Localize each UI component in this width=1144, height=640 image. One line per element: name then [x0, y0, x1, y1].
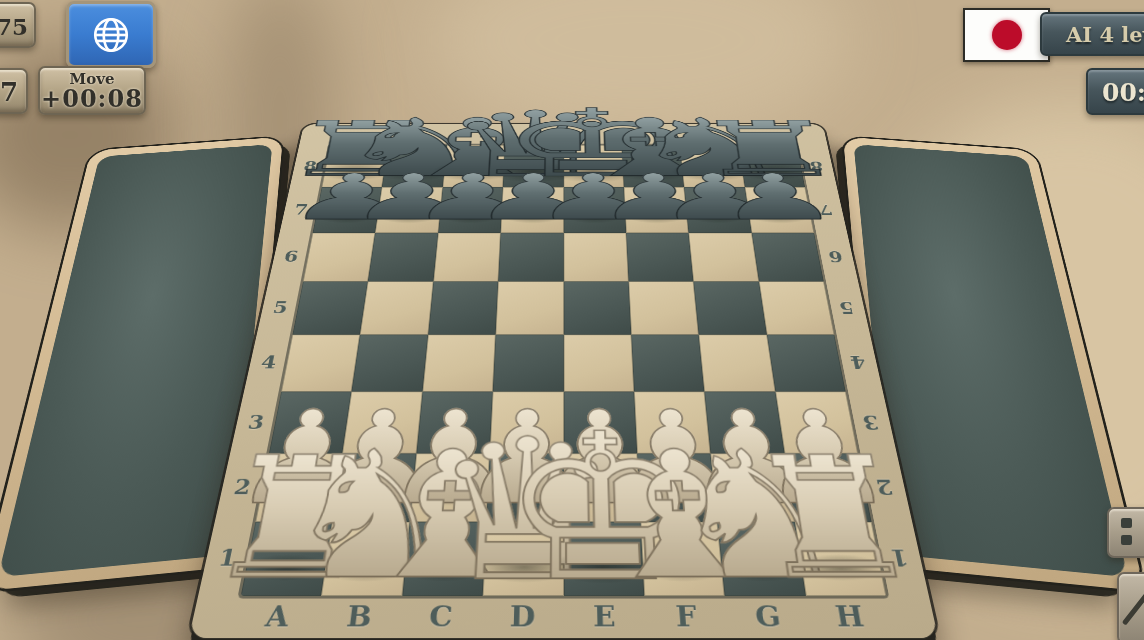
square-g4[interactable] — [699, 334, 775, 391]
rank-label-left-4: 4 — [255, 352, 283, 373]
player-name-plate: r175 — [0, 2, 36, 48]
square-d4[interactable] — [493, 334, 564, 391]
globe-icon — [90, 14, 132, 56]
table-plane: ABCDEFGH1122334455667788 ♜♞♝♛♚♝♞♜♟♟♟♟♟♟♟… — [0, 127, 1144, 640]
rank-label-right-5: 5 — [833, 298, 859, 317]
move-timer-plate: Move +00:08 — [38, 66, 146, 115]
piece-shadow — [637, 553, 729, 581]
square-b6[interactable] — [368, 233, 438, 282]
piece-shadow — [568, 486, 636, 506]
square-a5[interactable] — [293, 282, 369, 335]
rank-label-left-1: 1 — [211, 545, 243, 572]
globe-button[interactable] — [66, 1, 156, 68]
square-a4[interactable] — [281, 334, 360, 391]
side-button-undo[interactable] — [1117, 572, 1144, 640]
square-h6[interactable] — [751, 233, 823, 282]
japan-flag — [963, 8, 1050, 62]
square-a6[interactable] — [303, 233, 375, 282]
piece-shadow — [491, 486, 559, 506]
opponent-clock: 00: — [1086, 68, 1144, 115]
square-h5[interactable] — [759, 282, 835, 335]
square-e5[interactable] — [563, 282, 631, 335]
square-b5[interactable] — [360, 282, 433, 335]
opponent-ai-plate: AI 4 lev — [1040, 12, 1144, 56]
square-c5[interactable] — [428, 282, 498, 335]
square-f6[interactable] — [626, 233, 694, 282]
piece-shadow — [718, 486, 788, 506]
rank-label-left-6: 6 — [278, 248, 303, 266]
rank-label-right-4: 4 — [844, 352, 872, 373]
scene-3d: ABCDEFGH1122334455667788 ♜♞♝♛♚♝♞♜♟♟♟♟♟♟♟… — [0, 0, 1144, 640]
square-h4[interactable] — [767, 334, 846, 391]
menu-icon — [1121, 518, 1132, 528]
piece-shadow — [318, 553, 411, 581]
rank-label-right-1: 1 — [884, 545, 916, 572]
side-button-menu[interactable] — [1107, 507, 1144, 558]
square-g6[interactable] — [689, 233, 759, 282]
square-f4[interactable] — [631, 334, 704, 391]
japan-flag-sun — [992, 20, 1022, 50]
rank-label-right-6: 6 — [823, 248, 848, 266]
square-g5[interactable] — [694, 282, 767, 335]
square-c6[interactable] — [433, 233, 501, 282]
menu-icon — [1121, 535, 1132, 545]
rank-label-left-5: 5 — [267, 298, 293, 317]
square-b4[interactable] — [352, 334, 428, 391]
square-d6[interactable] — [498, 233, 563, 282]
piece-shadow — [643, 486, 712, 506]
piece-shadow — [715, 553, 808, 581]
chess-board[interactable]: ABCDEFGH1122334455667788 ♜♞♝♛♚♝♞♜♟♟♟♟♟♟♟… — [189, 124, 939, 638]
square-f5[interactable] — [628, 282, 698, 335]
square-c4[interactable] — [422, 334, 495, 391]
square-e4[interactable] — [563, 334, 634, 391]
move-timer-value: +00:08 — [40, 87, 144, 111]
square-d5[interactable] — [496, 282, 564, 335]
piece-shadow — [415, 486, 484, 506]
player-clock: 7 — [0, 68, 28, 114]
undo-icon — [1122, 592, 1144, 625]
square-e6[interactable] — [563, 233, 628, 282]
